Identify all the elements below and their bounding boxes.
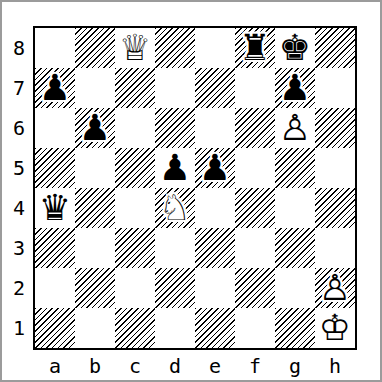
square-e7[interactable] xyxy=(195,68,235,108)
white-piece-outline: ♙ xyxy=(275,108,315,148)
black-piece-glyph: ♟ xyxy=(35,68,75,108)
square-g2[interactable] xyxy=(275,268,315,308)
square-c6[interactable] xyxy=(115,108,155,148)
square-a3[interactable] xyxy=(35,228,75,268)
rank-label-6: 6 xyxy=(8,108,30,148)
black-piece-glyph: ♜ xyxy=(235,28,275,68)
rank-labels: 87654321 xyxy=(8,28,30,348)
square-b3[interactable] xyxy=(75,228,115,268)
file-label-c: c xyxy=(115,353,155,379)
square-c3[interactable] xyxy=(115,228,155,268)
black-pawn-g7: ♟ xyxy=(275,68,315,108)
square-g8[interactable]: ♚ xyxy=(275,28,315,68)
black-piece-glyph: ♟ xyxy=(275,68,315,108)
square-h3[interactable] xyxy=(315,228,355,268)
square-g3[interactable] xyxy=(275,228,315,268)
black-piece-glyph: ♛ xyxy=(35,188,75,228)
file-label-a: a xyxy=(35,353,75,379)
white-piece-outline: ♔ xyxy=(315,308,355,348)
file-label-e: e xyxy=(195,353,235,379)
square-e1[interactable] xyxy=(195,308,235,348)
black-piece-glyph: ♚ xyxy=(275,28,315,68)
square-c2[interactable] xyxy=(115,268,155,308)
square-f6[interactable] xyxy=(235,108,275,148)
square-a8[interactable] xyxy=(35,28,75,68)
rank-label-4: 4 xyxy=(8,188,30,228)
square-f5[interactable] xyxy=(235,148,275,188)
white-knight-d4: ♞♘ xyxy=(155,188,195,228)
square-e5[interactable]: ♟ xyxy=(195,148,235,188)
square-h6[interactable] xyxy=(315,108,355,148)
white-pawn-h2: ♟♙ xyxy=(315,268,355,308)
square-f7[interactable] xyxy=(235,68,275,108)
square-h4[interactable] xyxy=(315,188,355,228)
square-b2[interactable] xyxy=(75,268,115,308)
rank-label-2: 2 xyxy=(8,268,30,308)
square-d4[interactable]: ♞♘ xyxy=(155,188,195,228)
rank-label-8: 8 xyxy=(8,28,30,68)
square-a2[interactable] xyxy=(35,268,75,308)
square-d3[interactable] xyxy=(155,228,195,268)
square-c8[interactable]: ♛♕ xyxy=(115,28,155,68)
square-g7[interactable]: ♟ xyxy=(275,68,315,108)
chess-diagram: 87654321 ♛♕♜♚♟♟♟♟♙♟♟♛♞♘♟♙♚♔ abcdefgh xyxy=(0,0,382,382)
square-g1[interactable] xyxy=(275,308,315,348)
file-label-h: h xyxy=(315,353,355,379)
file-label-g: g xyxy=(275,353,315,379)
square-g5[interactable] xyxy=(275,148,315,188)
square-d8[interactable] xyxy=(155,28,195,68)
square-h7[interactable] xyxy=(315,68,355,108)
square-b4[interactable] xyxy=(75,188,115,228)
square-d1[interactable] xyxy=(155,308,195,348)
square-c5[interactable] xyxy=(115,148,155,188)
file-labels: abcdefgh xyxy=(35,353,355,379)
white-pawn-g6: ♟♙ xyxy=(275,108,315,148)
black-pawn-b6: ♟ xyxy=(75,108,115,148)
square-c7[interactable] xyxy=(115,68,155,108)
rank-label-3: 3 xyxy=(8,228,30,268)
square-g6[interactable]: ♟♙ xyxy=(275,108,315,148)
square-h2[interactable]: ♟♙ xyxy=(315,268,355,308)
square-f2[interactable] xyxy=(235,268,275,308)
black-pawn-d5: ♟ xyxy=(155,148,195,188)
square-a5[interactable] xyxy=(35,148,75,188)
square-c1[interactable] xyxy=(115,308,155,348)
square-f1[interactable] xyxy=(235,308,275,348)
square-d7[interactable] xyxy=(155,68,195,108)
square-h1[interactable]: ♚♔ xyxy=(315,308,355,348)
square-h5[interactable] xyxy=(315,148,355,188)
square-e3[interactable] xyxy=(195,228,235,268)
rank-label-5: 5 xyxy=(8,148,30,188)
square-b8[interactable] xyxy=(75,28,115,68)
square-a6[interactable] xyxy=(35,108,75,148)
square-h8[interactable] xyxy=(315,28,355,68)
square-d6[interactable] xyxy=(155,108,195,148)
square-c4[interactable] xyxy=(115,188,155,228)
square-g4[interactable] xyxy=(275,188,315,228)
square-b1[interactable] xyxy=(75,308,115,348)
square-e2[interactable] xyxy=(195,268,235,308)
white-queen-c8: ♛♕ xyxy=(115,28,155,68)
square-a4[interactable]: ♛ xyxy=(35,188,75,228)
square-d2[interactable] xyxy=(155,268,195,308)
file-label-b: b xyxy=(75,353,115,379)
square-f4[interactable] xyxy=(235,188,275,228)
rank-label-7: 7 xyxy=(8,68,30,108)
black-king-g8: ♚ xyxy=(275,28,315,68)
square-e4[interactable] xyxy=(195,188,235,228)
square-b7[interactable] xyxy=(75,68,115,108)
file-label-d: d xyxy=(155,353,195,379)
square-a1[interactable] xyxy=(35,308,75,348)
white-piece-outline: ♕ xyxy=(115,28,155,68)
black-pawn-a7: ♟ xyxy=(35,68,75,108)
black-queen-a4: ♛ xyxy=(35,188,75,228)
square-b6[interactable]: ♟ xyxy=(75,108,115,148)
board: ♛♕♜♚♟♟♟♟♙♟♟♛♞♘♟♙♚♔ xyxy=(33,26,357,350)
square-d5[interactable]: ♟ xyxy=(155,148,195,188)
file-label-f: f xyxy=(235,353,275,379)
black-piece-glyph: ♟ xyxy=(155,148,195,188)
rank-label-1: 1 xyxy=(8,308,30,348)
white-piece-outline: ♘ xyxy=(155,188,195,228)
black-piece-glyph: ♟ xyxy=(195,148,235,188)
square-f8[interactable]: ♜ xyxy=(235,28,275,68)
black-pawn-e5: ♟ xyxy=(195,148,235,188)
square-a7[interactable]: ♟ xyxy=(35,68,75,108)
square-f3[interactable] xyxy=(235,228,275,268)
square-e6[interactable] xyxy=(195,108,235,148)
black-piece-glyph: ♟ xyxy=(75,108,115,148)
square-b5[interactable] xyxy=(75,148,115,188)
white-piece-outline: ♙ xyxy=(315,268,355,308)
square-e8[interactable] xyxy=(195,28,235,68)
white-king-h1: ♚♔ xyxy=(315,308,355,348)
black-rook-f8: ♜ xyxy=(235,28,275,68)
